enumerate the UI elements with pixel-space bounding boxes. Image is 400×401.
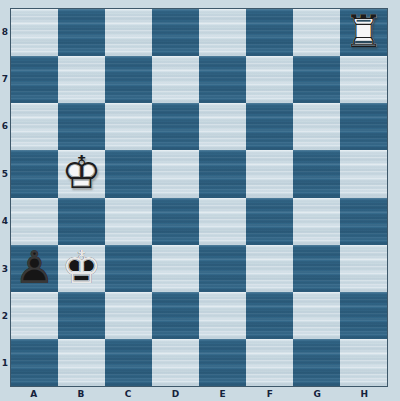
square-h8[interactable]: ♜♖	[340, 9, 387, 56]
chess-board: ♜♖♚♔♟♙♚♔	[10, 8, 388, 387]
rank-label-6: 6	[0, 103, 10, 150]
square-f5[interactable]	[246, 150, 293, 197]
chess-diagram: 87654321 ♜♖♚♔♟♙♚♔ ABCDEFGH	[0, 0, 400, 401]
square-g7[interactable]	[293, 56, 340, 103]
square-g5[interactable]	[293, 150, 340, 197]
square-f7[interactable]	[246, 56, 293, 103]
square-a1[interactable]	[11, 339, 58, 386]
piece-outline-glyph: ♔	[58, 244, 105, 291]
square-h3[interactable]	[340, 245, 387, 292]
square-h7[interactable]	[340, 56, 387, 103]
square-e4[interactable]	[199, 198, 246, 245]
square-g4[interactable]	[293, 198, 340, 245]
piece-fill-glyph: ♟	[11, 244, 58, 291]
file-label-g: G	[294, 387, 341, 400]
square-g1[interactable]	[293, 339, 340, 386]
square-h1[interactable]	[340, 339, 387, 386]
square-a3[interactable]: ♟♙	[11, 245, 58, 292]
black-king-piece[interactable]: ♚♔	[58, 245, 105, 292]
file-label-h: H	[341, 387, 388, 400]
square-g3[interactable]	[293, 245, 340, 292]
white-rook-piece[interactable]: ♜♖	[340, 9, 387, 56]
file-label-b: B	[57, 387, 104, 400]
square-c8[interactable]	[105, 9, 152, 56]
square-b1[interactable]	[58, 339, 105, 386]
square-a2[interactable]	[11, 292, 58, 339]
rank-label-5: 5	[0, 150, 10, 197]
rank-label-1: 1	[0, 340, 10, 387]
square-d1[interactable]	[152, 339, 199, 386]
square-h6[interactable]	[340, 103, 387, 150]
square-c7[interactable]	[105, 56, 152, 103]
rank-labels: 87654321	[0, 8, 10, 387]
square-b4[interactable]	[58, 198, 105, 245]
square-a7[interactable]	[11, 56, 58, 103]
piece-fill-glyph: ♚	[58, 244, 105, 291]
square-h4[interactable]	[340, 198, 387, 245]
piece-fill-glyph: ♜	[340, 8, 387, 55]
square-f6[interactable]	[246, 103, 293, 150]
square-c6[interactable]	[105, 103, 152, 150]
file-label-d: D	[152, 387, 199, 400]
square-b5[interactable]: ♚♔	[58, 150, 105, 197]
square-f1[interactable]	[246, 339, 293, 386]
square-c1[interactable]	[105, 339, 152, 386]
piece-fill-glyph: ♚	[58, 149, 105, 196]
square-c2[interactable]	[105, 292, 152, 339]
file-labels: ABCDEFGH	[10, 387, 388, 400]
square-e6[interactable]	[199, 103, 246, 150]
piece-outline-glyph: ♖	[340, 8, 387, 55]
rank-label-8: 8	[0, 8, 10, 55]
square-d4[interactable]	[152, 198, 199, 245]
black-pawn-piece[interactable]: ♟♙	[11, 245, 58, 292]
square-b2[interactable]	[58, 292, 105, 339]
square-g2[interactable]	[293, 292, 340, 339]
rank-label-4: 4	[0, 198, 10, 245]
square-d5[interactable]	[152, 150, 199, 197]
file-label-c: C	[105, 387, 152, 400]
white-king-piece[interactable]: ♚♔	[58, 150, 105, 197]
rank-label-3: 3	[0, 245, 10, 292]
square-a4[interactable]	[11, 198, 58, 245]
square-f8[interactable]	[246, 9, 293, 56]
piece-outline-glyph: ♙	[11, 244, 58, 291]
square-b3[interactable]: ♚♔	[58, 245, 105, 292]
square-f3[interactable]	[246, 245, 293, 292]
square-e2[interactable]	[199, 292, 246, 339]
file-label-a: A	[10, 387, 57, 400]
square-h2[interactable]	[340, 292, 387, 339]
square-d2[interactable]	[152, 292, 199, 339]
square-b6[interactable]	[58, 103, 105, 150]
square-a5[interactable]	[11, 150, 58, 197]
file-label-e: E	[199, 387, 246, 400]
square-g6[interactable]	[293, 103, 340, 150]
square-d7[interactable]	[152, 56, 199, 103]
square-b8[interactable]	[58, 9, 105, 56]
square-e8[interactable]	[199, 9, 246, 56]
square-e1[interactable]	[199, 339, 246, 386]
square-b7[interactable]	[58, 56, 105, 103]
square-e7[interactable]	[199, 56, 246, 103]
file-label-f: F	[246, 387, 293, 400]
square-a8[interactable]	[11, 9, 58, 56]
square-d6[interactable]	[152, 103, 199, 150]
rank-label-2: 2	[0, 292, 10, 339]
square-e3[interactable]	[199, 245, 246, 292]
square-f4[interactable]	[246, 198, 293, 245]
square-c3[interactable]	[105, 245, 152, 292]
square-h5[interactable]	[340, 150, 387, 197]
square-a6[interactable]	[11, 103, 58, 150]
square-d8[interactable]	[152, 9, 199, 56]
piece-outline-glyph: ♔	[58, 149, 105, 196]
rank-label-7: 7	[0, 55, 10, 102]
square-c5[interactable]	[105, 150, 152, 197]
square-c4[interactable]	[105, 198, 152, 245]
square-e5[interactable]	[199, 150, 246, 197]
square-g8[interactable]	[293, 9, 340, 56]
square-d3[interactable]	[152, 245, 199, 292]
square-f2[interactable]	[246, 292, 293, 339]
